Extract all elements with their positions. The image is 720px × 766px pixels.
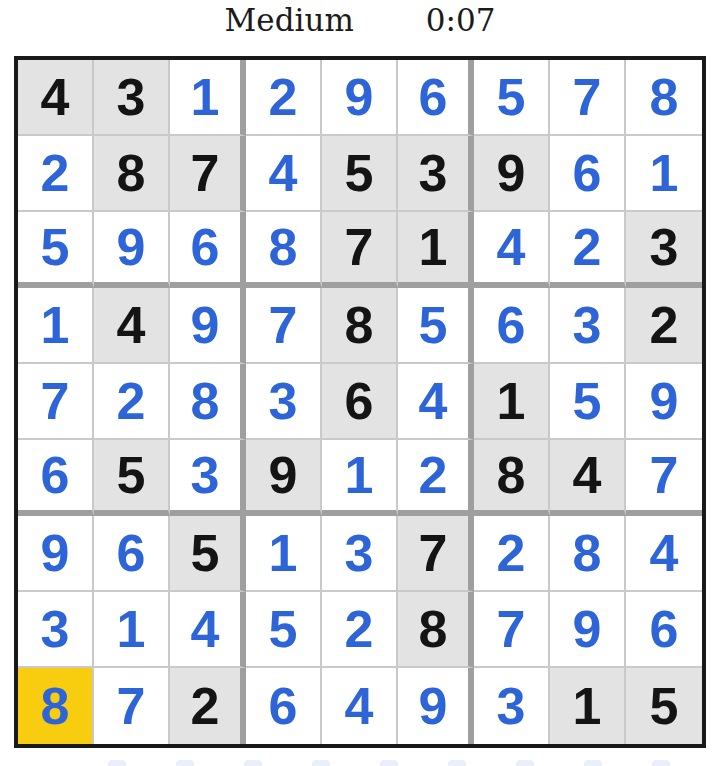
cell-r1c3[interactable]: 1 <box>170 60 246 136</box>
cell-r7c2[interactable]: 6 <box>94 516 170 592</box>
cell-r6c5[interactable]: 1 <box>322 440 398 516</box>
cell-r3c3[interactable]: 6 <box>170 212 246 288</box>
cell-r8c6[interactable]: 8 <box>398 592 474 668</box>
cell-r2c8[interactable]: 6 <box>550 136 626 212</box>
cell-r9c5[interactable]: 4 <box>322 668 398 744</box>
cell-r9c9[interactable]: 5 <box>626 668 702 744</box>
cell-r3c7[interactable]: 4 <box>474 212 550 288</box>
keypad-button-top[interactable] <box>244 760 262 766</box>
cell-r4c9[interactable]: 2 <box>626 288 702 364</box>
cell-r9c1[interactable]: 8 <box>18 668 94 744</box>
cell-r9c4[interactable]: 6 <box>246 668 322 744</box>
cell-r8c9[interactable]: 6 <box>626 592 702 668</box>
cell-r2c9[interactable]: 1 <box>626 136 702 212</box>
cell-r3c8[interactable]: 2 <box>550 212 626 288</box>
cell-r1c6[interactable]: 6 <box>398 60 474 136</box>
cell-r5c3[interactable]: 8 <box>170 364 246 440</box>
cell-r1c2[interactable]: 3 <box>94 60 170 136</box>
cell-r6c3[interactable]: 3 <box>170 440 246 516</box>
cell-r8c3[interactable]: 4 <box>170 592 246 668</box>
cell-r7c7[interactable]: 2 <box>474 516 550 592</box>
cell-r6c4[interactable]: 9 <box>246 440 322 516</box>
cell-r9c7[interactable]: 3 <box>474 668 550 744</box>
cell-r8c4[interactable]: 5 <box>246 592 322 668</box>
cell-r2c6[interactable]: 3 <box>398 136 474 212</box>
cell-r3c1[interactable]: 5 <box>18 212 94 288</box>
cell-r2c2[interactable]: 8 <box>94 136 170 212</box>
cell-r4c4[interactable]: 7 <box>246 288 322 364</box>
cell-r6c8[interactable]: 4 <box>550 440 626 516</box>
cell-r6c2[interactable]: 5 <box>94 440 170 516</box>
cell-r4c3[interactable]: 9 <box>170 288 246 364</box>
cell-r2c3[interactable]: 7 <box>170 136 246 212</box>
cell-r9c3[interactable]: 2 <box>170 668 246 744</box>
cell-r2c4[interactable]: 4 <box>246 136 322 212</box>
timer: 0:07 <box>426 2 496 38</box>
cell-r8c5[interactable]: 2 <box>322 592 398 668</box>
cell-r9c8[interactable]: 1 <box>550 668 626 744</box>
cell-r6c7[interactable]: 8 <box>474 440 550 516</box>
cell-r8c7[interactable]: 7 <box>474 592 550 668</box>
cell-r3c5[interactable]: 7 <box>322 212 398 288</box>
cell-r5c6[interactable]: 4 <box>398 364 474 440</box>
cell-r2c1[interactable]: 2 <box>18 136 94 212</box>
cell-r2c5[interactable]: 5 <box>322 136 398 212</box>
number-pad-peek <box>0 758 720 766</box>
cell-r4c8[interactable]: 3 <box>550 288 626 364</box>
keypad-button-top[interactable] <box>176 760 194 766</box>
cell-r4c1[interactable]: 1 <box>18 288 94 364</box>
cell-r3c6[interactable]: 1 <box>398 212 474 288</box>
cell-r4c6[interactable]: 5 <box>398 288 474 364</box>
cell-r8c2[interactable]: 1 <box>94 592 170 668</box>
keypad-button-top[interactable] <box>652 760 670 766</box>
keypad-button-top[interactable] <box>448 760 466 766</box>
cell-r4c5[interactable]: 8 <box>322 288 398 364</box>
cell-r1c9[interactable]: 8 <box>626 60 702 136</box>
cell-r1c4[interactable]: 2 <box>246 60 322 136</box>
cell-r7c3[interactable]: 5 <box>170 516 246 592</box>
cell-r5c8[interactable]: 5 <box>550 364 626 440</box>
puzzle-header: Medium 0:07 <box>0 2 720 38</box>
cell-r4c2[interactable]: 4 <box>94 288 170 364</box>
cell-r6c1[interactable]: 6 <box>18 440 94 516</box>
cell-r1c8[interactable]: 7 <box>550 60 626 136</box>
cell-r5c2[interactable]: 2 <box>94 364 170 440</box>
cell-r5c4[interactable]: 3 <box>246 364 322 440</box>
cell-r7c5[interactable]: 3 <box>322 516 398 592</box>
cell-r5c5[interactable]: 6 <box>322 364 398 440</box>
cell-r8c1[interactable]: 3 <box>18 592 94 668</box>
keypad-button-top[interactable] <box>108 760 126 766</box>
cell-r7c6[interactable]: 7 <box>398 516 474 592</box>
cell-r4c7[interactable]: 6 <box>474 288 550 364</box>
keypad-button-top[interactable] <box>380 760 398 766</box>
cell-r8c8[interactable]: 9 <box>550 592 626 668</box>
difficulty-label: Medium <box>225 2 354 38</box>
cell-r7c8[interactable]: 8 <box>550 516 626 592</box>
cell-r6c9[interactable]: 7 <box>626 440 702 516</box>
cell-r9c2[interactable]: 7 <box>94 668 170 744</box>
cell-r1c7[interactable]: 5 <box>474 60 550 136</box>
cell-r7c4[interactable]: 1 <box>246 516 322 592</box>
keypad-button-top[interactable] <box>516 760 534 766</box>
sudoku-board: 4312965782874539615968714231497856327283… <box>14 56 706 748</box>
cell-r5c9[interactable]: 9 <box>626 364 702 440</box>
cell-r5c7[interactable]: 1 <box>474 364 550 440</box>
cell-r1c1[interactable]: 4 <box>18 60 94 136</box>
cell-r3c9[interactable]: 3 <box>626 212 702 288</box>
keypad-button-top[interactable] <box>312 760 330 766</box>
cell-r1c5[interactable]: 9 <box>322 60 398 136</box>
cell-r5c1[interactable]: 7 <box>18 364 94 440</box>
cell-r2c7[interactable]: 9 <box>474 136 550 212</box>
keypad-button-top[interactable] <box>584 760 602 766</box>
cell-r3c2[interactable]: 9 <box>94 212 170 288</box>
cell-r7c9[interactable]: 4 <box>626 516 702 592</box>
cell-r3c4[interactable]: 8 <box>246 212 322 288</box>
cell-r9c6[interactable]: 9 <box>398 668 474 744</box>
cell-r7c1[interactable]: 9 <box>18 516 94 592</box>
cell-r6c6[interactable]: 2 <box>398 440 474 516</box>
